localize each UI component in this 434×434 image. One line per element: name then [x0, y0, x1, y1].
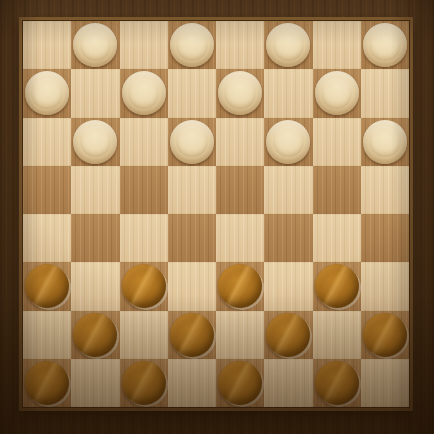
square-r2c7[interactable] [313, 69, 361, 117]
square-r8c6[interactable] [264, 359, 312, 407]
square-r8c4[interactable] [168, 359, 216, 407]
dark-piece[interactable] [122, 361, 166, 405]
square-r2c3[interactable] [120, 69, 168, 117]
square-r8c1[interactable] [23, 359, 71, 407]
square-r1c4[interactable] [168, 21, 216, 69]
square-r3c8[interactable] [361, 118, 409, 166]
square-r6c1[interactable] [23, 262, 71, 310]
square-r4c8[interactable] [361, 166, 409, 214]
dark-piece[interactable] [266, 313, 310, 357]
square-r2c6[interactable] [264, 69, 312, 117]
square-r2c4[interactable] [168, 69, 216, 117]
checkers-board [22, 20, 410, 408]
dark-piece[interactable] [315, 264, 359, 308]
dark-piece[interactable] [170, 313, 214, 357]
square-r7c1[interactable] [23, 311, 71, 359]
square-r2c8[interactable] [361, 69, 409, 117]
square-r4c7[interactable] [313, 166, 361, 214]
square-r1c5[interactable] [216, 21, 264, 69]
square-r3c6[interactable] [264, 118, 312, 166]
square-r4c4[interactable] [168, 166, 216, 214]
square-r1c6[interactable] [264, 21, 312, 69]
light-piece[interactable] [363, 23, 407, 67]
square-r5c4[interactable] [168, 214, 216, 262]
square-r1c7[interactable] [313, 21, 361, 69]
dark-piece[interactable] [122, 264, 166, 308]
square-r5c7[interactable] [313, 214, 361, 262]
square-r3c7[interactable] [313, 118, 361, 166]
square-r3c2[interactable] [71, 118, 119, 166]
square-r8c2[interactable] [71, 359, 119, 407]
light-piece[interactable] [218, 71, 262, 115]
square-r6c7[interactable] [313, 262, 361, 310]
dark-piece[interactable] [73, 313, 117, 357]
square-r5c1[interactable] [23, 214, 71, 262]
square-r6c2[interactable] [71, 262, 119, 310]
square-r8c3[interactable] [120, 359, 168, 407]
square-r7c7[interactable] [313, 311, 361, 359]
square-r7c4[interactable] [168, 311, 216, 359]
square-r5c2[interactable] [71, 214, 119, 262]
light-piece[interactable] [170, 23, 214, 67]
square-r5c6[interactable] [264, 214, 312, 262]
square-r4c3[interactable] [120, 166, 168, 214]
dark-piece[interactable] [25, 361, 69, 405]
square-r7c5[interactable] [216, 311, 264, 359]
square-r7c2[interactable] [71, 311, 119, 359]
square-r5c5[interactable] [216, 214, 264, 262]
light-piece[interactable] [73, 120, 117, 164]
square-r7c6[interactable] [264, 311, 312, 359]
square-r5c3[interactable] [120, 214, 168, 262]
square-r8c8[interactable] [361, 359, 409, 407]
square-r6c5[interactable] [216, 262, 264, 310]
dark-piece[interactable] [25, 264, 69, 308]
square-r1c2[interactable] [71, 21, 119, 69]
square-r5c8[interactable] [361, 214, 409, 262]
light-piece[interactable] [25, 71, 69, 115]
light-piece[interactable] [170, 120, 214, 164]
light-piece[interactable] [266, 23, 310, 67]
dark-piece[interactable] [218, 264, 262, 308]
square-r3c4[interactable] [168, 118, 216, 166]
square-r6c6[interactable] [264, 262, 312, 310]
square-r3c1[interactable] [23, 118, 71, 166]
dark-piece[interactable] [315, 361, 359, 405]
square-r2c2[interactable] [71, 69, 119, 117]
square-r4c5[interactable] [216, 166, 264, 214]
square-r1c1[interactable] [23, 21, 71, 69]
square-r4c2[interactable] [71, 166, 119, 214]
light-piece[interactable] [315, 71, 359, 115]
square-r6c8[interactable] [361, 262, 409, 310]
square-r2c1[interactable] [23, 69, 71, 117]
square-r7c8[interactable] [361, 311, 409, 359]
square-r4c6[interactable] [264, 166, 312, 214]
square-r6c3[interactable] [120, 262, 168, 310]
square-r3c3[interactable] [120, 118, 168, 166]
light-piece[interactable] [363, 120, 407, 164]
dark-piece[interactable] [363, 313, 407, 357]
square-r1c3[interactable] [120, 21, 168, 69]
checkers-app [0, 0, 434, 434]
square-r7c3[interactable] [120, 311, 168, 359]
square-r8c7[interactable] [313, 359, 361, 407]
square-r4c1[interactable] [23, 166, 71, 214]
square-r6c4[interactable] [168, 262, 216, 310]
dark-piece[interactable] [218, 361, 262, 405]
square-r8c5[interactable] [216, 359, 264, 407]
square-r3c5[interactable] [216, 118, 264, 166]
square-r2c5[interactable] [216, 69, 264, 117]
light-piece[interactable] [266, 120, 310, 164]
light-piece[interactable] [122, 71, 166, 115]
square-r1c8[interactable] [361, 21, 409, 69]
light-piece[interactable] [73, 23, 117, 67]
